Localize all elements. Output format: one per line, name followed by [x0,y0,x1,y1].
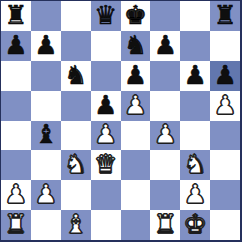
square-h5[interactable]: ♟ [210,91,240,121]
black-pawn-f7[interactable]: ♟ [154,32,177,58]
square-c8[interactable] [61,1,91,31]
square-h7[interactable] [210,31,240,61]
square-c4[interactable] [61,121,91,151]
square-c1[interactable]: ♝ [61,210,91,240]
square-d6[interactable] [91,61,121,91]
square-c2[interactable] [61,180,91,210]
white-knight-c3[interactable]: ♞ [64,151,87,177]
square-g3[interactable]: ♞ [180,150,210,180]
black-bishop-b4[interactable]: ♝ [34,121,57,147]
square-d8[interactable]: ♛ [91,1,121,31]
square-a8[interactable]: ♜ [1,1,31,31]
square-g1[interactable]: ♚ [180,210,210,240]
white-pawn-h5[interactable]: ♟ [213,92,236,118]
white-rook-a1[interactable]: ♜ [4,211,27,237]
square-c6[interactable]: ♞ [61,61,91,91]
square-b8[interactable] [31,1,61,31]
square-f2[interactable] [150,180,180,210]
square-b7[interactable]: ♟ [31,31,61,61]
square-g2[interactable]: ♟ [180,180,210,210]
black-knight-e7[interactable]: ♞ [124,32,147,58]
square-b2[interactable]: ♟ [31,180,61,210]
square-b5[interactable] [31,91,61,121]
white-pawn-f4[interactable]: ♟ [154,121,177,147]
white-king-g1[interactable]: ♚ [184,211,207,237]
square-h1[interactable] [210,210,240,240]
black-knight-c6[interactable]: ♞ [64,62,87,88]
square-b6[interactable] [31,61,61,91]
square-f3[interactable] [150,150,180,180]
white-pawn-b2[interactable]: ♟ [34,181,57,207]
white-pawn-e5[interactable]: ♟ [124,92,147,118]
white-knight-g3[interactable]: ♞ [184,151,207,177]
square-d1[interactable] [91,210,121,240]
square-h8[interactable]: ♜ [210,1,240,31]
square-a4[interactable] [1,121,31,151]
black-rook-a8[interactable]: ♜ [4,2,27,28]
square-d2[interactable] [91,180,121,210]
white-bishop-c1[interactable]: ♝ [64,211,87,237]
square-e7[interactable]: ♞ [121,31,151,61]
square-f1[interactable]: ♜ [150,210,180,240]
square-b1[interactable] [31,210,61,240]
black-king-e8[interactable]: ♚ [124,2,147,28]
square-a6[interactable] [1,61,31,91]
square-d3[interactable]: ♛ [91,150,121,180]
black-pawn-h6[interactable]: ♟ [213,62,236,88]
white-pawn-a2[interactable]: ♟ [4,181,27,207]
black-pawn-a7[interactable]: ♟ [4,32,27,58]
square-c3[interactable]: ♞ [61,150,91,180]
black-pawn-g6[interactable]: ♟ [184,62,207,88]
square-e1[interactable] [121,210,151,240]
white-pawn-g2[interactable]: ♟ [184,181,207,207]
square-a5[interactable] [1,91,31,121]
square-a3[interactable] [1,150,31,180]
square-e2[interactable] [121,180,151,210]
square-f4[interactable]: ♟ [150,121,180,151]
square-g8[interactable] [180,1,210,31]
square-c7[interactable] [61,31,91,61]
square-g5[interactable] [180,91,210,121]
black-rook-h8[interactable]: ♜ [213,2,236,28]
square-e4[interactable] [121,121,151,151]
square-d5[interactable]: ♟ [91,91,121,121]
square-f8[interactable] [150,1,180,31]
white-rook-f1[interactable]: ♜ [154,211,177,237]
square-d7[interactable] [91,31,121,61]
black-pawn-d5[interactable]: ♟ [94,92,117,118]
square-h4[interactable] [210,121,240,151]
square-h3[interactable] [210,150,240,180]
square-f6[interactable] [150,61,180,91]
square-e5[interactable]: ♟ [121,91,151,121]
white-pawn-d4[interactable]: ♟ [94,121,117,147]
square-a7[interactable]: ♟ [1,31,31,61]
square-a1[interactable]: ♜ [1,210,31,240]
square-f7[interactable]: ♟ [150,31,180,61]
black-pawn-e6[interactable]: ♟ [124,62,147,88]
square-c5[interactable] [61,91,91,121]
square-f5[interactable] [150,91,180,121]
black-queen-d8[interactable]: ♛ [94,2,117,28]
square-h2[interactable] [210,180,240,210]
black-pawn-b7[interactable]: ♟ [34,32,57,58]
square-h6[interactable]: ♟ [210,61,240,91]
square-e8[interactable]: ♚ [121,1,151,31]
chess-board: ♜♛♚♜♟♟♞♟♞♟♟♟♟♟♟♝♟♟♞♛♞♟♟♟♜♝♜♚ [0,0,242,242]
square-g7[interactable] [180,31,210,61]
square-d4[interactable]: ♟ [91,121,121,151]
square-a2[interactable]: ♟ [1,180,31,210]
white-queen-d3[interactable]: ♛ [94,151,117,177]
square-g4[interactable] [180,121,210,151]
square-e3[interactable] [121,150,151,180]
square-e6[interactable]: ♟ [121,61,151,91]
square-b3[interactable] [31,150,61,180]
square-b4[interactable]: ♝ [31,121,61,151]
square-g6[interactable]: ♟ [180,61,210,91]
